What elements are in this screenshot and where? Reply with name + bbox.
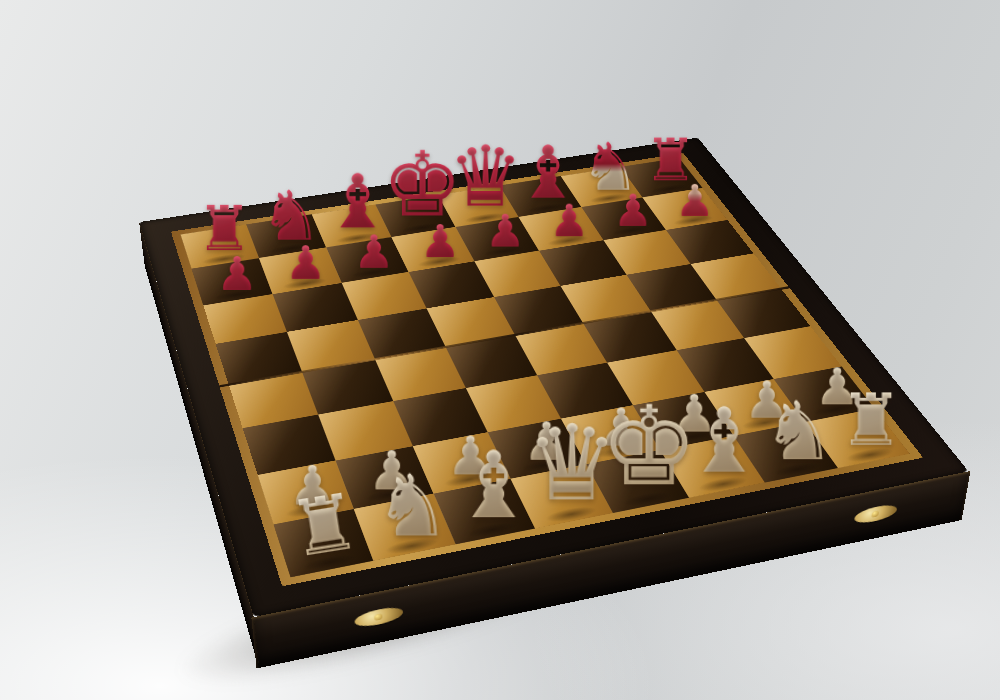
scene: ♜♞♝♚♛♝♞♜♟♟♟♟♟♟♟♟♟♟♟♟♟♟♟♟♜♞♝♛♚♝♞♜ xyxy=(0,0,1000,700)
chess-piece-red-pawn-e7[interactable]: ♟ xyxy=(485,208,525,253)
chess-piece-red-pawn-c7[interactable]: ♟ xyxy=(353,229,394,275)
chess-piece-white-bishop-c1[interactable]: ♝ xyxy=(452,440,534,532)
square-h4[interactable] xyxy=(716,289,810,338)
chess-piece-white-knight-b1[interactable]: ♞ xyxy=(374,462,451,548)
square-a5[interactable] xyxy=(216,332,303,385)
chess-piece-white-knight-g1[interactable]: ♞ xyxy=(762,390,835,472)
chess-piece-white-queen-d1[interactable]: ♛ xyxy=(525,412,619,517)
brass-clasp xyxy=(354,605,403,630)
chess-piece-white-rook-a1[interactable]: ♜ xyxy=(284,483,365,570)
square-a1[interactable]: ♜ xyxy=(274,509,374,578)
chess-piece-red-pawn-g7[interactable]: ♟ xyxy=(613,188,653,232)
chess-piece-white-rook-h1[interactable]: ♜ xyxy=(839,385,904,457)
chess-board-case: ♜♞♝♚♛♝♞♜♟♟♟♟♟♟♟♟♟♟♟♟♟♟♟♟♜♞♝♛♚♝♞♜ xyxy=(139,138,968,617)
photo-stage: ♜♞♝♚♛♝♞♜♟♟♟♟♟♟♟♟♟♟♟♟♟♟♟♟♜♞♝♛♚♝♞♜ xyxy=(0,0,1000,700)
square-e5[interactable] xyxy=(494,286,583,335)
chess-piece-red-pawn-a7[interactable]: ♟ xyxy=(216,250,258,297)
chess-piece-red-pawn-d7[interactable]: ♟ xyxy=(420,218,461,263)
chess-piece-red-pawn-f7[interactable]: ♟ xyxy=(549,198,589,243)
chess-piece-red-pawn-h7[interactable]: ♟ xyxy=(675,178,714,222)
brass-escutcheon xyxy=(853,502,897,525)
chess-piece-red-pawn-b7[interactable]: ♟ xyxy=(285,239,326,285)
